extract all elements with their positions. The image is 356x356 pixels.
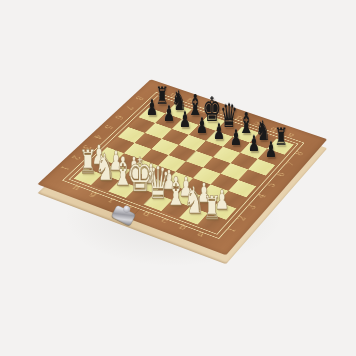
piece-bp-d7[interactable]: ♟ (213, 120, 225, 142)
piece-bp-a7[interactable]: ♟ (265, 138, 277, 160)
file-label-bottom-f: f (100, 194, 123, 206)
piece-bp-b7[interactable]: ♟ (248, 132, 260, 154)
file-label-bottom-c: c (153, 214, 176, 226)
piece-bp-f7[interactable]: ♟ (179, 108, 191, 130)
piece-bp-g7[interactable]: ♟ (163, 103, 175, 125)
file-label-bottom-b: b (171, 221, 195, 234)
rank-label-right-6: 6 (272, 167, 290, 181)
piece-wr-a1[interactable]: ♜ (203, 193, 221, 226)
rank-label-left-7: 7 (120, 101, 138, 113)
rank-label-right-2: 2 (232, 211, 251, 226)
rank-label-left-6: 6 (110, 111, 129, 124)
rank-label-right-5: 5 (262, 178, 281, 192)
rank-label-right-3: 3 (242, 200, 261, 214)
rank-label-right-8: 8 (290, 147, 308, 160)
rank-label-right-1: 1 (222, 222, 242, 237)
rank-label-right-7: 7 (281, 157, 299, 171)
piece-wn-b1[interactable]: ♞ (183, 181, 204, 218)
file-label-bottom-d: d (135, 208, 158, 220)
file-label-bottom-a: a (189, 228, 213, 241)
piece-bp-h7[interactable]: ♟ (146, 97, 158, 119)
rank-label-right-4: 4 (252, 189, 271, 203)
piece-bp-e7[interactable]: ♟ (196, 114, 208, 136)
piece-bp-c7[interactable]: ♟ (230, 126, 242, 148)
scene: hh88gg77ff66ee55dd44cc33bb22aa11 ♜♞♝♚♛♝♞… (0, 0, 356, 356)
file-label-bottom-g: g (82, 188, 105, 200)
file-label-bottom-h: h (65, 182, 88, 194)
